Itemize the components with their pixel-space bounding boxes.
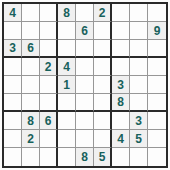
cell-r3c8[interactable] xyxy=(130,40,148,58)
cell-r5c8[interactable] xyxy=(130,76,148,94)
cell-r1c1[interactable]: 4 xyxy=(4,4,22,22)
cell-r2c4[interactable] xyxy=(58,22,76,40)
cell-r1c8[interactable] xyxy=(130,4,148,22)
cell-r3c4[interactable] xyxy=(58,40,76,58)
cell-r9c8[interactable] xyxy=(130,148,148,166)
cell-r5c4[interactable]: 1 xyxy=(58,76,76,94)
cell-r4c5[interactable] xyxy=(76,58,94,76)
cell-r5c3[interactable] xyxy=(40,76,58,94)
cell-r2c1[interactable] xyxy=(4,22,22,40)
cell-r3c3[interactable] xyxy=(40,40,58,58)
cell-r6c9[interactable] xyxy=(148,94,166,112)
cell-r3c2[interactable]: 6 xyxy=(22,40,40,58)
cell-r2c8[interactable] xyxy=(130,22,148,40)
cell-r4c9[interactable] xyxy=(148,58,166,76)
cell-r3c1[interactable]: 3 xyxy=(4,40,22,58)
cell-r8c7[interactable]: 4 xyxy=(112,130,130,148)
cell-r6c3[interactable] xyxy=(40,94,58,112)
cell-r7c5[interactable] xyxy=(76,112,94,130)
cell-r4c3[interactable]: 2 xyxy=(40,58,58,76)
cell-r8c2[interactable]: 2 xyxy=(22,130,40,148)
cell-r6c7[interactable]: 8 xyxy=(112,94,130,112)
sudoku-board: 48269362413886324585 xyxy=(2,2,168,168)
cell-r9c9[interactable] xyxy=(148,148,166,166)
cell-r3c7[interactable] xyxy=(112,40,130,58)
cell-r5c2[interactable] xyxy=(22,76,40,94)
cell-r9c6[interactable]: 5 xyxy=(94,148,112,166)
cell-r7c2[interactable]: 8 xyxy=(22,112,40,130)
cell-r3c9[interactable] xyxy=(148,40,166,58)
cell-r1c2[interactable] xyxy=(22,4,40,22)
cell-r9c3[interactable] xyxy=(40,148,58,166)
cell-r8c8[interactable]: 5 xyxy=(130,130,148,148)
cell-r4c7[interactable] xyxy=(112,58,130,76)
cell-r3c6[interactable] xyxy=(94,40,112,58)
cell-r1c9[interactable] xyxy=(148,4,166,22)
cell-r7c6[interactable] xyxy=(94,112,112,130)
cell-r2c3[interactable] xyxy=(40,22,58,40)
cell-r5c1[interactable] xyxy=(4,76,22,94)
cell-r7c1[interactable] xyxy=(4,112,22,130)
cell-r1c6[interactable]: 2 xyxy=(94,4,112,22)
cell-r7c4[interactable] xyxy=(58,112,76,130)
cell-r9c5[interactable]: 8 xyxy=(76,148,94,166)
cell-r2c6[interactable] xyxy=(94,22,112,40)
cell-r4c2[interactable] xyxy=(22,58,40,76)
cell-r4c1[interactable] xyxy=(4,58,22,76)
cell-r2c5[interactable]: 6 xyxy=(76,22,94,40)
cell-r5c7[interactable]: 3 xyxy=(112,76,130,94)
cell-r9c4[interactable] xyxy=(58,148,76,166)
cell-r6c2[interactable] xyxy=(22,94,40,112)
cell-r8c6[interactable] xyxy=(94,130,112,148)
cell-r9c7[interactable] xyxy=(112,148,130,166)
cell-r8c5[interactable] xyxy=(76,130,94,148)
cell-r6c5[interactable] xyxy=(76,94,94,112)
cell-r7c8[interactable]: 3 xyxy=(130,112,148,130)
cell-r9c2[interactable] xyxy=(22,148,40,166)
cell-r8c1[interactable] xyxy=(4,130,22,148)
cell-r5c9[interactable] xyxy=(148,76,166,94)
cell-r1c3[interactable] xyxy=(40,4,58,22)
cell-r1c4[interactable]: 8 xyxy=(58,4,76,22)
cell-r5c6[interactable] xyxy=(94,76,112,94)
cell-r6c6[interactable] xyxy=(94,94,112,112)
cell-r2c9[interactable]: 9 xyxy=(148,22,166,40)
cell-r4c4[interactable]: 4 xyxy=(58,58,76,76)
cell-r6c8[interactable] xyxy=(130,94,148,112)
cell-r9c1[interactable] xyxy=(4,148,22,166)
cell-r5c5[interactable] xyxy=(76,76,94,94)
cell-r6c1[interactable] xyxy=(4,94,22,112)
cell-r1c5[interactable] xyxy=(76,4,94,22)
cell-r8c9[interactable] xyxy=(148,130,166,148)
cell-r8c4[interactable] xyxy=(58,130,76,148)
cell-r1c7[interactable] xyxy=(112,4,130,22)
cell-r6c4[interactable] xyxy=(58,94,76,112)
cell-r2c7[interactable] xyxy=(112,22,130,40)
cell-r4c8[interactable] xyxy=(130,58,148,76)
cell-r7c9[interactable] xyxy=(148,112,166,130)
cell-r4c6[interactable] xyxy=(94,58,112,76)
cell-r7c7[interactable] xyxy=(112,112,130,130)
cell-r3c5[interactable] xyxy=(76,40,94,58)
cell-r7c3[interactable]: 6 xyxy=(40,112,58,130)
cell-r2c2[interactable] xyxy=(22,22,40,40)
cell-r8c3[interactable] xyxy=(40,130,58,148)
